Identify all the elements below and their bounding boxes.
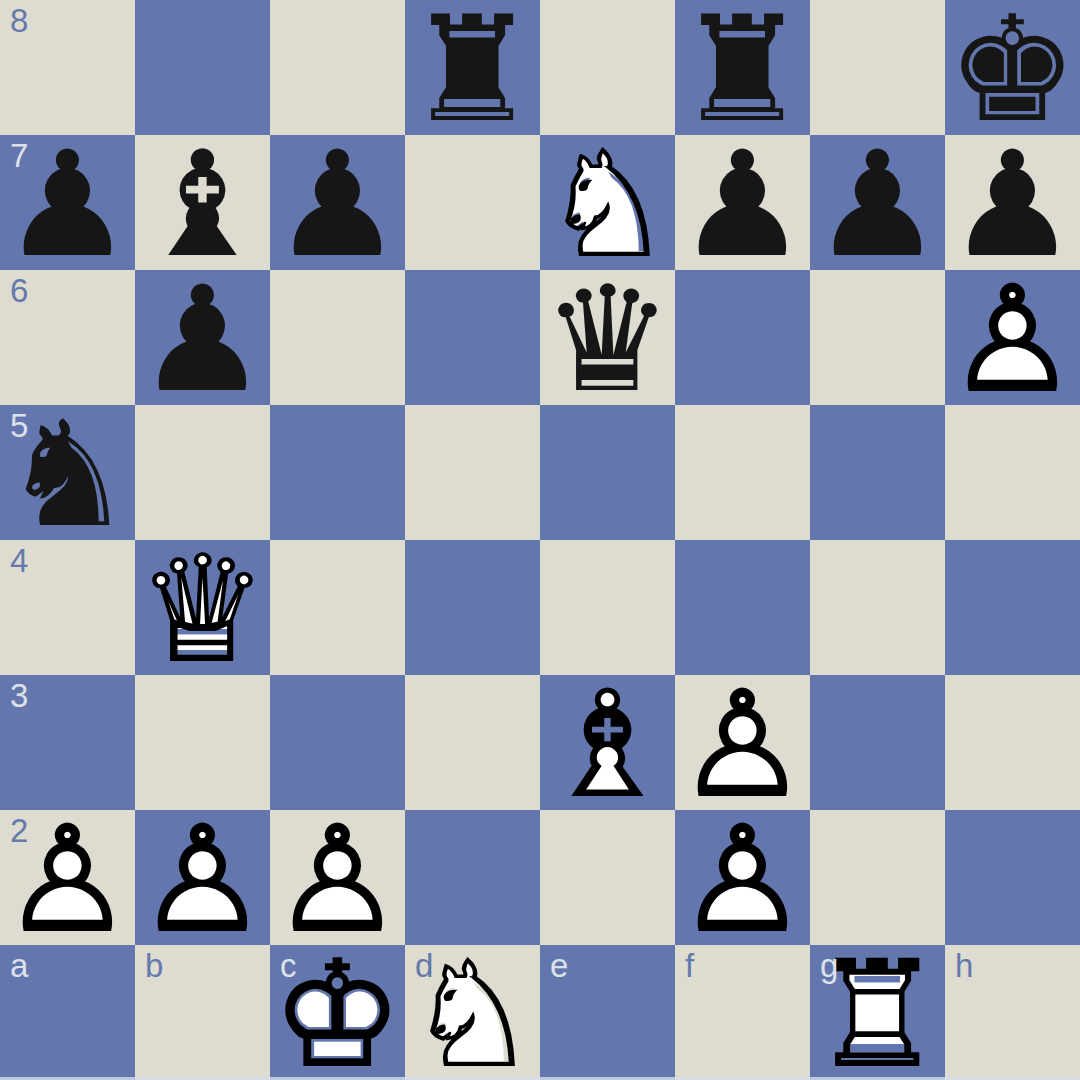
file-label-e: e (550, 948, 568, 984)
file-label-d: d (415, 948, 433, 984)
piece-bQ-e6[interactable]: ♛ (540, 270, 675, 405)
rank-label-4: 4 (10, 543, 28, 579)
square-e8[interactable] (540, 0, 675, 135)
square-h5[interactable] (945, 405, 1080, 540)
piece-outline-layer: ♙ (135, 811, 270, 946)
square-h1[interactable]: h (945, 945, 1080, 1080)
piece-bP-c7[interactable]: ♟ (270, 135, 405, 270)
square-e4[interactable] (540, 540, 675, 675)
square-a4[interactable]: 4 (0, 540, 135, 675)
square-e5[interactable] (540, 405, 675, 540)
piece-fill-layer: ♝ (135, 136, 270, 271)
square-d5[interactable] (405, 405, 540, 540)
square-g3[interactable] (810, 675, 945, 810)
square-h6[interactable]: ♟♙ (945, 270, 1080, 405)
piece-fill-layer: ♟ (810, 136, 945, 271)
square-d3[interactable] (405, 675, 540, 810)
file-label-f: f (685, 948, 694, 984)
square-f3[interactable]: ♟♙ (675, 675, 810, 810)
piece-fill-layer: ♛ (540, 271, 675, 406)
piece-fill-layer: ♟ (135, 271, 270, 406)
square-e2[interactable] (540, 810, 675, 945)
square-e7[interactable]: ♞♘ (540, 135, 675, 270)
square-a3[interactable]: 3 (0, 675, 135, 810)
square-g4[interactable] (810, 540, 945, 675)
square-g6[interactable] (810, 270, 945, 405)
square-f5[interactable] (675, 405, 810, 540)
square-a5[interactable]: 5♞ (0, 405, 135, 540)
piece-wP-b2[interactable]: ♟♙ (135, 810, 270, 945)
square-b3[interactable] (135, 675, 270, 810)
square-d7[interactable] (405, 135, 540, 270)
square-c3[interactable] (270, 675, 405, 810)
square-c1[interactable]: c♚♔ (270, 945, 405, 1080)
piece-wN-e7[interactable]: ♞♘ (540, 135, 675, 270)
square-h7[interactable]: ♟ (945, 135, 1080, 270)
square-e6[interactable]: ♛ (540, 270, 675, 405)
square-d6[interactable] (405, 270, 540, 405)
square-e3[interactable]: ♝♗ (540, 675, 675, 810)
piece-bP-f7[interactable]: ♟ (675, 135, 810, 270)
square-b5[interactable] (135, 405, 270, 540)
square-b7[interactable]: ♝ (135, 135, 270, 270)
rank-label-5: 5 (10, 408, 28, 444)
piece-wB-e3[interactable]: ♝♗ (540, 675, 675, 810)
rank-label-2: 2 (10, 813, 28, 849)
square-g8[interactable] (810, 0, 945, 135)
square-a6[interactable]: 6 (0, 270, 135, 405)
piece-wP-c2[interactable]: ♟♙ (270, 810, 405, 945)
piece-fill-layer: ♟ (270, 136, 405, 271)
file-label-h: h (955, 948, 973, 984)
piece-bB-b7[interactable]: ♝ (135, 135, 270, 270)
piece-bK-h8[interactable]: ♚ (945, 0, 1080, 135)
rank-label-8: 8 (10, 3, 28, 39)
square-h8[interactable]: ♚ (945, 0, 1080, 135)
square-g5[interactable] (810, 405, 945, 540)
piece-bR-d8[interactable]: ♜ (405, 0, 540, 135)
square-c8[interactable] (270, 0, 405, 135)
piece-outline-layer: ♙ (675, 811, 810, 946)
file-label-a: a (10, 948, 28, 984)
piece-wP-h6[interactable]: ♟♙ (945, 270, 1080, 405)
square-f7[interactable]: ♟ (675, 135, 810, 270)
square-h3[interactable] (945, 675, 1080, 810)
square-d8[interactable]: ♜ (405, 0, 540, 135)
chess-board: 8♜♜♚7♟♝♟♞♘♟♟♟6♟♛♟♙5♞4♛♕3♝♗♟♙2♟♙♟♙♟♙♟♙abc… (0, 0, 1080, 1080)
square-b6[interactable]: ♟ (135, 270, 270, 405)
piece-outline-layer: ♘ (540, 136, 675, 271)
piece-outline-layer: ♙ (675, 676, 810, 811)
piece-fill-layer: ♟ (945, 136, 1080, 271)
rank-label-3: 3 (10, 678, 28, 714)
square-f8[interactable]: ♜ (675, 0, 810, 135)
square-f6[interactable] (675, 270, 810, 405)
square-e1[interactable]: e (540, 945, 675, 1080)
piece-bP-b6[interactable]: ♟ (135, 270, 270, 405)
square-c2[interactable]: ♟♙ (270, 810, 405, 945)
piece-bP-h7[interactable]: ♟ (945, 135, 1080, 270)
square-d1[interactable]: d♞♘ (405, 945, 540, 1080)
square-a7[interactable]: 7♟ (0, 135, 135, 270)
square-h2[interactable] (945, 810, 1080, 945)
square-a8[interactable]: 8 (0, 0, 135, 135)
square-c6[interactable] (270, 270, 405, 405)
square-f2[interactable]: ♟♙ (675, 810, 810, 945)
piece-fill-layer: ♜ (405, 1, 540, 136)
square-f4[interactable] (675, 540, 810, 675)
piece-wP-f2[interactable]: ♟♙ (675, 810, 810, 945)
piece-outline-layer: ♙ (270, 811, 405, 946)
piece-bP-g7[interactable]: ♟ (810, 135, 945, 270)
square-b8[interactable] (135, 0, 270, 135)
piece-outline-layer: ♕ (135, 541, 270, 676)
piece-fill-layer: ♚ (945, 1, 1080, 136)
square-f1[interactable]: f (675, 945, 810, 1080)
piece-outline-layer: ♗ (540, 676, 675, 811)
rank-label-7: 7 (10, 138, 28, 174)
piece-outline-layer: ♙ (945, 271, 1080, 406)
square-a1[interactable]: a (0, 945, 135, 1080)
square-b1[interactable]: b (135, 945, 270, 1080)
piece-fill-layer: ♜ (675, 1, 810, 136)
square-g2[interactable] (810, 810, 945, 945)
square-c4[interactable] (270, 540, 405, 675)
square-d4[interactable] (405, 540, 540, 675)
square-g7[interactable]: ♟ (810, 135, 945, 270)
square-h4[interactable] (945, 540, 1080, 675)
square-g1[interactable]: g♜♖ (810, 945, 945, 1080)
square-d2[interactable] (405, 810, 540, 945)
square-c7[interactable]: ♟ (270, 135, 405, 270)
piece-bR-f8[interactable]: ♜ (675, 0, 810, 135)
file-label-b: b (145, 948, 163, 984)
piece-wP-f3[interactable]: ♟♙ (675, 675, 810, 810)
rank-label-6: 6 (10, 273, 28, 309)
piece-wQ-b4[interactable]: ♛♕ (135, 540, 270, 675)
square-b4[interactable]: ♛♕ (135, 540, 270, 675)
square-b2[interactable]: ♟♙ (135, 810, 270, 945)
piece-fill-layer: ♟ (675, 136, 810, 271)
square-c5[interactable] (270, 405, 405, 540)
chess-board-wrapper: 8♜♜♚7♟♝♟♞♘♟♟♟6♟♛♟♙5♞4♛♕3♝♗♟♙2♟♙♟♙♟♙♟♙abc… (0, 0, 1080, 1080)
square-a2[interactable]: 2♟♙ (0, 810, 135, 945)
file-label-c: c (280, 948, 297, 984)
file-label-g: g (820, 948, 838, 984)
